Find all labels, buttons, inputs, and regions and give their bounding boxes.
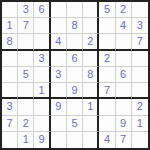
cell-r6c5[interactable]: 9	[67, 83, 83, 99]
cell-r1c6[interactable]	[83, 2, 99, 18]
cell-r6c6[interactable]	[83, 83, 99, 99]
cell-r2c6[interactable]	[83, 18, 99, 34]
cell-r7c8[interactable]	[116, 99, 132, 115]
cell-r7c5[interactable]	[67, 99, 83, 115]
cell-r3c2[interactable]	[18, 34, 34, 50]
cell-r7c1[interactable]: 3	[2, 99, 18, 115]
cell-r1c5[interactable]	[67, 2, 83, 18]
cell-r6c7[interactable]: 7	[99, 83, 115, 99]
cell-r2c2[interactable]: 7	[18, 18, 34, 34]
cell-r2c5[interactable]: 8	[67, 18, 83, 34]
cell-r8c3[interactable]	[34, 116, 50, 132]
cell-r8c7[interactable]	[99, 116, 115, 132]
cell-r9c2[interactable]: 1	[18, 132, 34, 148]
cell-r8c1[interactable]: 7	[2, 116, 18, 132]
cell-r7c2[interactable]	[18, 99, 34, 115]
cell-r4c9[interactable]	[132, 51, 148, 67]
cell-r6c8[interactable]	[116, 83, 132, 99]
cell-r3c5[interactable]	[67, 34, 83, 50]
cell-r1c4[interactable]	[51, 2, 67, 18]
cell-r8c8[interactable]: 9	[116, 116, 132, 132]
cell-r5c4[interactable]: 3	[51, 67, 67, 83]
cell-r3c1[interactable]: 8	[2, 34, 18, 50]
cell-r9c5[interactable]	[67, 132, 83, 148]
cell-r4c5[interactable]: 6	[67, 51, 83, 67]
cell-r3c7[interactable]	[99, 34, 115, 50]
cell-r6c4[interactable]	[51, 83, 67, 99]
cell-r2c1[interactable]: 1	[2, 18, 18, 34]
cell-r7c9[interactable]: 2	[132, 99, 148, 115]
cell-r7c4[interactable]: 9	[51, 99, 67, 115]
cell-r5c5[interactable]	[67, 67, 83, 83]
cell-r9c4[interactable]	[51, 132, 67, 148]
cell-r4c1[interactable]	[2, 51, 18, 67]
cell-r9c6[interactable]	[83, 132, 99, 148]
cell-r3c8[interactable]	[116, 34, 132, 50]
cell-r9c7[interactable]: 4	[99, 132, 115, 148]
cell-r2c4[interactable]	[51, 18, 67, 34]
cell-r9c3[interactable]: 9	[34, 132, 50, 148]
cell-r7c6[interactable]: 1	[83, 99, 99, 115]
cell-r2c7[interactable]	[99, 18, 115, 34]
cell-r1c2[interactable]: 3	[18, 2, 34, 18]
cell-r2c3[interactable]	[34, 18, 50, 34]
cell-r9c1[interactable]	[2, 132, 18, 148]
cell-r1c3[interactable]: 6	[34, 2, 50, 18]
cell-r4c2[interactable]	[18, 51, 34, 67]
sudoku-board: 365217843842736253861973912725911947	[0, 0, 150, 150]
cell-r5c3[interactable]	[34, 67, 50, 83]
cell-r3c9[interactable]: 7	[132, 34, 148, 50]
cell-r6c1[interactable]	[2, 83, 18, 99]
cell-r4c7[interactable]: 2	[99, 51, 115, 67]
cell-r8c9[interactable]: 1	[132, 116, 148, 132]
cell-r3c3[interactable]	[34, 34, 50, 50]
cell-r1c1[interactable]	[2, 2, 18, 18]
cell-r5c9[interactable]	[132, 67, 148, 83]
cell-r3c4[interactable]: 4	[51, 34, 67, 50]
cell-r1c9[interactable]	[132, 2, 148, 18]
cell-r4c4[interactable]	[51, 51, 67, 67]
cell-r2c9[interactable]: 3	[132, 18, 148, 34]
cell-r2c8[interactable]: 4	[116, 18, 132, 34]
cell-r8c6[interactable]	[83, 116, 99, 132]
cell-r4c6[interactable]	[83, 51, 99, 67]
cell-r5c6[interactable]: 8	[83, 67, 99, 83]
cell-r1c7[interactable]: 5	[99, 2, 115, 18]
cell-r5c1[interactable]	[2, 67, 18, 83]
cell-r7c7[interactable]	[99, 99, 115, 115]
cell-r5c2[interactable]: 5	[18, 67, 34, 83]
cell-r8c2[interactable]: 2	[18, 116, 34, 132]
cell-r7c3[interactable]	[34, 99, 50, 115]
cell-r6c3[interactable]: 1	[34, 83, 50, 99]
cell-r6c2[interactable]	[18, 83, 34, 99]
cell-r8c5[interactable]: 5	[67, 116, 83, 132]
cell-r3c6[interactable]: 2	[83, 34, 99, 50]
cell-r4c3[interactable]: 3	[34, 51, 50, 67]
cell-r4c8[interactable]	[116, 51, 132, 67]
cell-r5c7[interactable]	[99, 67, 115, 83]
cell-r9c9[interactable]	[132, 132, 148, 148]
cell-r9c8[interactable]: 7	[116, 132, 132, 148]
cell-r8c4[interactable]	[51, 116, 67, 132]
cell-r1c8[interactable]: 2	[116, 2, 132, 18]
cell-r5c8[interactable]: 6	[116, 67, 132, 83]
cell-r6c9[interactable]	[132, 83, 148, 99]
